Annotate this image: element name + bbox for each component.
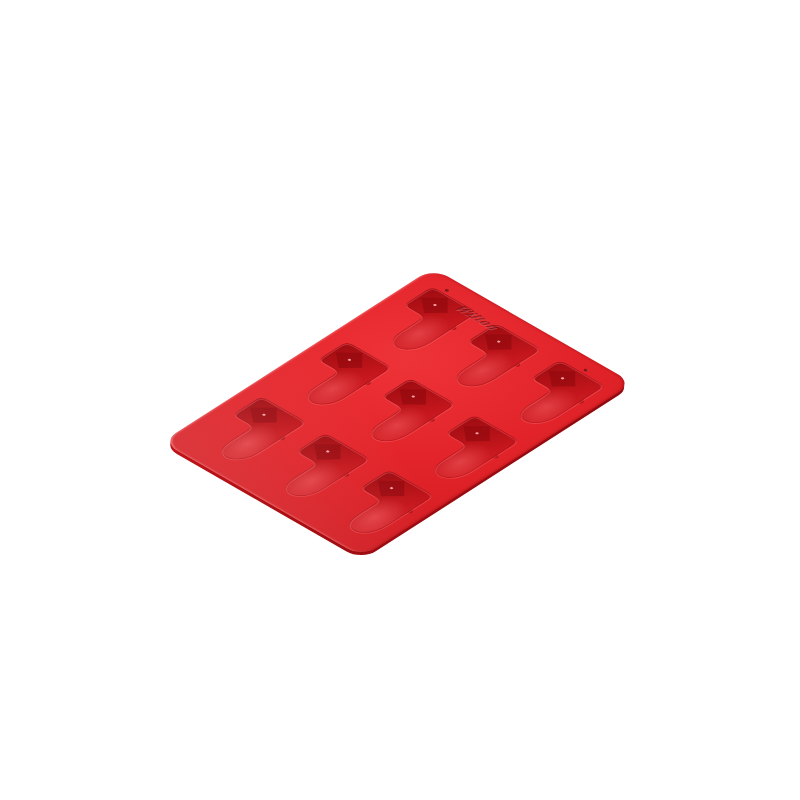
photo-background: Wilton <box>0 0 800 800</box>
mold-body: Wilton <box>162 268 633 557</box>
silicone-mold: Wilton <box>162 268 633 557</box>
